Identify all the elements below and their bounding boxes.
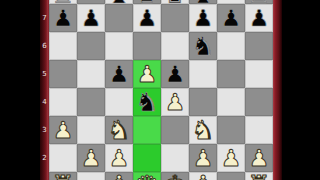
square-a2[interactable] xyxy=(49,144,77,172)
piece-white-pawn: ♟ xyxy=(165,88,186,116)
square-h2[interactable]: ♟ xyxy=(245,144,273,172)
square-b2[interactable]: ♟ xyxy=(77,144,105,172)
piece-black-knight: ♞ xyxy=(135,88,158,116)
square-a8[interactable]: ♜ xyxy=(49,0,77,4)
piece-white-pawn: ♟ xyxy=(249,144,270,172)
square-c2[interactable]: ♟ xyxy=(105,144,133,172)
square-e2[interactable] xyxy=(161,144,189,172)
piece-white-bishop: ♝ xyxy=(107,171,130,180)
rank-label-4: 4 xyxy=(40,99,49,106)
square-f2[interactable]: ♟ xyxy=(189,144,217,172)
piece-white-pawn: ♟ xyxy=(53,116,74,144)
square-f3[interactable]: ♞ xyxy=(189,116,217,144)
square-h8[interactable]: ♜ xyxy=(245,0,273,4)
square-g1[interactable] xyxy=(217,172,245,180)
square-b4[interactable] xyxy=(77,88,105,116)
piece-black-bishop: ♝ xyxy=(191,0,214,8)
square-d2[interactable] xyxy=(133,144,161,172)
square-d6[interactable] xyxy=(133,32,161,60)
chess-app-screen: 765432 ♜♝♛♚♝♜♟♟♟♟♟♟♞♟♟♟♞♟♟♞♞♟♟♟♟♟♜♝♛♚♝♜ xyxy=(0,0,320,180)
square-a4[interactable] xyxy=(49,88,77,116)
piece-white-king: ♚ xyxy=(163,171,186,180)
square-h6[interactable] xyxy=(245,32,273,60)
square-a5[interactable] xyxy=(49,60,77,88)
square-d1[interactable]: ♛ xyxy=(133,172,161,180)
square-g2[interactable]: ♟ xyxy=(217,144,245,172)
rank-label-5: 5 xyxy=(40,71,49,78)
piece-white-bishop: ♝ xyxy=(191,171,214,180)
piece-white-pawn: ♟ xyxy=(221,144,242,172)
square-d4[interactable]: ♞ xyxy=(133,88,161,116)
square-h3[interactable] xyxy=(245,116,273,144)
chess-board: ♜♝♛♚♝♜♟♟♟♟♟♟♞♟♟♟♞♟♟♞♞♟♟♟♟♟♜♝♛♚♝♜ xyxy=(49,0,273,180)
square-e5[interactable]: ♟ xyxy=(161,60,189,88)
square-c5[interactable]: ♟ xyxy=(105,60,133,88)
square-b1[interactable] xyxy=(77,172,105,180)
piece-white-pawn: ♟ xyxy=(109,144,130,172)
square-f8[interactable]: ♝ xyxy=(189,0,217,4)
rank-label-6: 6 xyxy=(40,43,49,50)
square-f5[interactable] xyxy=(189,60,217,88)
square-f1[interactable]: ♝ xyxy=(189,172,217,180)
square-d5[interactable]: ♟ xyxy=(133,60,161,88)
square-c6[interactable] xyxy=(105,32,133,60)
square-e3[interactable] xyxy=(161,116,189,144)
square-a3[interactable]: ♟ xyxy=(49,116,77,144)
piece-black-bishop: ♝ xyxy=(107,0,130,8)
square-c3[interactable]: ♞ xyxy=(105,116,133,144)
rank-label-2: 2 xyxy=(40,155,49,162)
square-c8[interactable]: ♝ xyxy=(105,0,133,4)
square-d3[interactable] xyxy=(133,116,161,144)
square-e1[interactable]: ♚ xyxy=(161,172,189,180)
square-d8[interactable]: ♛ xyxy=(133,0,161,4)
square-h5[interactable] xyxy=(245,60,273,88)
square-h4[interactable] xyxy=(245,88,273,116)
square-f4[interactable] xyxy=(189,88,217,116)
square-b5[interactable] xyxy=(77,60,105,88)
piece-black-king: ♚ xyxy=(163,0,186,8)
rank-label-3: 3 xyxy=(40,127,49,134)
square-e8[interactable]: ♚ xyxy=(161,0,189,4)
square-c1[interactable]: ♝ xyxy=(105,172,133,180)
rank-label-7: 7 xyxy=(40,15,49,22)
piece-white-queen: ♛ xyxy=(135,171,158,180)
piece-white-knight: ♞ xyxy=(107,116,130,144)
square-b6[interactable] xyxy=(77,32,105,60)
piece-black-queen: ♛ xyxy=(135,0,158,8)
board-frame-right xyxy=(273,0,282,180)
piece-black-pawn: ♟ xyxy=(165,60,186,88)
piece-black-pawn: ♟ xyxy=(221,4,242,32)
square-b7[interactable]: ♟ xyxy=(77,4,105,32)
piece-white-pawn: ♟ xyxy=(137,60,158,88)
square-a6[interactable] xyxy=(49,32,77,60)
piece-black-pawn: ♟ xyxy=(81,4,102,32)
piece-black-rook: ♜ xyxy=(51,0,74,8)
square-c4[interactable] xyxy=(105,88,133,116)
board-frame-left: 765432 xyxy=(40,0,49,180)
square-a1[interactable]: ♜ xyxy=(49,172,77,180)
piece-white-pawn: ♟ xyxy=(193,144,214,172)
piece-white-pawn: ♟ xyxy=(81,144,102,172)
square-g3[interactable] xyxy=(217,116,245,144)
square-g5[interactable] xyxy=(217,60,245,88)
square-b3[interactable] xyxy=(77,116,105,144)
piece-white-rook: ♜ xyxy=(247,171,270,180)
square-e6[interactable] xyxy=(161,32,189,60)
square-f6[interactable]: ♞ xyxy=(189,32,217,60)
piece-white-rook: ♜ xyxy=(51,171,74,180)
piece-black-pawn: ♟ xyxy=(109,60,130,88)
piece-black-rook: ♜ xyxy=(247,0,270,8)
square-g4[interactable] xyxy=(217,88,245,116)
piece-white-knight: ♞ xyxy=(191,116,214,144)
square-g6[interactable] xyxy=(217,32,245,60)
square-g7[interactable]: ♟ xyxy=(217,4,245,32)
piece-black-knight: ♞ xyxy=(191,32,214,60)
square-e4[interactable]: ♟ xyxy=(161,88,189,116)
square-h1[interactable]: ♜ xyxy=(245,172,273,180)
